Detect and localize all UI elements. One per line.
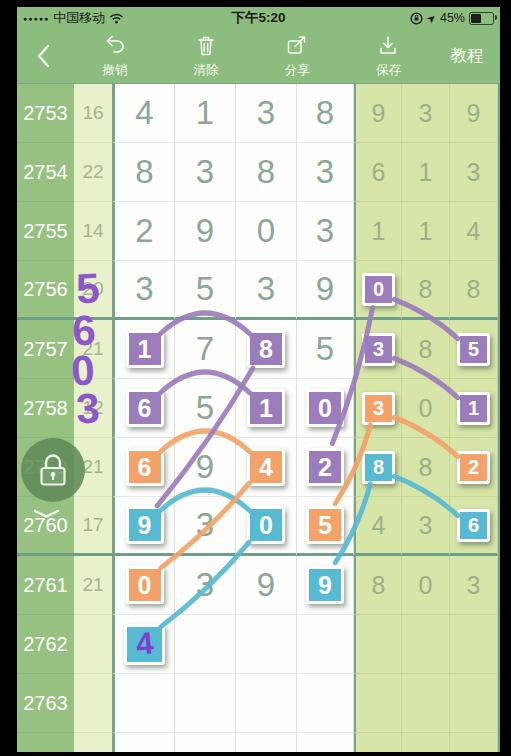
drawn-box-purple-2758-c3[interactable]: 1 <box>247 389 285 427</box>
trend-row-2761: 2761210399803 <box>17 556 498 615</box>
digit-cell-2760-c3[interactable]: 0 <box>236 497 297 556</box>
digit-cell-2761-c3[interactable]: 9 <box>236 556 297 615</box>
digit-cell-2758-c2[interactable]: 5 <box>175 379 236 438</box>
digit-cell-2762-c7[interactable] <box>450 615 498 674</box>
digit-cell-2755-c2[interactable]: 9 <box>175 202 236 261</box>
digit-cell-2754-c1[interactable]: 8 <box>112 143 175 202</box>
digit-cell-2758-c7[interactable]: 1 <box>450 379 498 438</box>
sum-value-2755: 14 <box>74 202 112 261</box>
digit-cell-2758-c3[interactable]: 1 <box>236 379 297 438</box>
period-label-2761: 2761 <box>17 556 74 615</box>
digit-cell-2762-c1[interactable]: 4 <box>112 615 175 674</box>
drawn-box-teal-2762-c1[interactable]: 4 <box>124 624 165 665</box>
tutorial-button[interactable]: 教程 <box>434 45 500 67</box>
digit-cell-2756-c7[interactable]: 8 <box>450 261 498 320</box>
digit-cell-2759-c3[interactable]: 4 <box>236 438 297 497</box>
back-button[interactable] <box>17 43 69 69</box>
digit-cell-2756-c1[interactable]: 3 <box>112 261 175 320</box>
digit-cell-2761-c4[interactable]: 9 <box>297 556 354 615</box>
digit-cell-2758-c1[interactable]: 6 <box>112 379 175 438</box>
digit-cell-partial <box>175 733 236 752</box>
digit-cell-2756-c3[interactable]: 3 <box>236 261 297 320</box>
drawn-box-orange-2760-c4[interactable]: 5 <box>306 506 344 544</box>
drawn-box-purple-2759-c4[interactable]: 2 <box>306 448 344 486</box>
sum-value-2758: 12 <box>74 379 112 438</box>
drawn-box-orange-2758-c5[interactable]: 3 <box>362 392 395 425</box>
digit-cell-2759-c2[interactable]: 9 <box>175 438 236 497</box>
sum-value-2760: 17 <box>74 497 112 556</box>
digit-cell-2763-c1[interactable] <box>112 674 175 733</box>
digit-cell-2762-c6[interactable] <box>402 615 450 674</box>
undo-button[interactable]: 撤销 <box>102 34 127 79</box>
digit-cell-2762-c2[interactable] <box>175 615 236 674</box>
share-label: 分享 <box>285 62 310 79</box>
trend-row-2753: 2753164138939 <box>17 84 498 143</box>
rotation-lock-icon <box>410 12 423 25</box>
digit-cell-2763-c7[interactable] <box>450 674 498 733</box>
sum-value-2754: 22 <box>74 143 112 202</box>
digit-cell-2754-c3[interactable]: 8 <box>236 143 297 202</box>
share-icon <box>285 34 309 61</box>
digit-cell-2760-c7[interactable]: 6 <box>450 497 498 556</box>
trend-row-2758: 2758126510301 <box>17 379 498 438</box>
digit-cell-partial <box>236 733 297 752</box>
trend-row-partial <box>17 733 498 752</box>
digit-cell-2757-c5[interactable]: 3 <box>354 320 402 379</box>
app-window: ●●●●● 中国移动 下午5:20 ➤ 45% <box>17 7 500 752</box>
period-label-2763: 2763 <box>17 674 74 733</box>
location-arrow-icon: ➤ <box>424 11 438 25</box>
digit-cell-2757-c7[interactable]: 5 <box>450 320 498 379</box>
trend-row-2762: 27624 <box>17 615 498 674</box>
sum-value-2763 <box>74 674 112 733</box>
digit-cell-partial <box>297 733 354 752</box>
digit-cell-2762-c3[interactable] <box>236 615 297 674</box>
period-label-2757: 2757 <box>17 320 74 379</box>
drawn-box-teal-2761-c4[interactable]: 9 <box>306 566 344 604</box>
digit-cell-2759-c5[interactable]: 8 <box>354 438 402 497</box>
drawn-box-orange-2759-c3[interactable]: 4 <box>247 448 285 486</box>
digit-cell-2754-c4[interactable]: 3 <box>297 143 354 202</box>
battery-fill <box>471 14 481 23</box>
digit-cell-2763-c3[interactable] <box>236 674 297 733</box>
period-label-2756: 2756 <box>17 261 74 320</box>
trend-row-2763: 2763 <box>17 674 498 733</box>
digit-cell-2757-c1[interactable]: 1 <box>112 320 175 379</box>
drawn-box-teal-2759-c5[interactable]: 8 <box>362 451 395 484</box>
digit-cell-2753-c2[interactable]: 1 <box>175 84 236 143</box>
digit-cell-2757-c4[interactable]: 5 <box>297 320 354 379</box>
digit-cell-2759-c7[interactable]: 2 <box>450 438 498 497</box>
digit-cell-2761-c7[interactable]: 3 <box>450 556 498 615</box>
digit-cell-2754-c2[interactable]: 3 <box>175 143 236 202</box>
trend-row-2754: 2754228383613 <box>17 143 498 202</box>
digit-cell-2754-c5[interactable]: 6 <box>354 143 402 202</box>
digit-cell-2755-c4[interactable]: 3 <box>297 202 354 261</box>
digit-cell-2761-c6[interactable]: 0 <box>402 556 450 615</box>
period-label-2755: 2755 <box>17 202 74 261</box>
drawn-box-purple-2758-c1[interactable]: 6 <box>126 389 164 427</box>
drawn-box-purple-2758-c4[interactable]: 0 <box>306 389 344 427</box>
digit-cell-2755-c6[interactable]: 1 <box>402 202 450 261</box>
period-label-2753: 2753 <box>17 84 74 143</box>
digit-cell-2756-c6[interactable]: 8 <box>402 261 450 320</box>
digit-cell-2753-c7[interactable]: 9 <box>450 84 498 143</box>
digit-cell-2753-c1[interactable]: 4 <box>112 84 175 143</box>
drawn-box-purple-2756-c5[interactable]: 0 <box>362 273 395 306</box>
drawn-box-orange-2759-c1[interactable]: 6 <box>126 448 164 486</box>
digit-cell-2756-c5[interactable]: 0 <box>354 261 402 320</box>
trend-row-2759: 2759216942882 <box>17 438 498 497</box>
trend-grid: 2753164138939275422838361327551429031142… <box>17 83 500 752</box>
digit-cell-2754-c6[interactable]: 1 <box>402 143 450 202</box>
status-right: ➤ 45% <box>410 11 494 25</box>
digit-cell-2757-c3[interactable]: 8 <box>236 320 297 379</box>
digit-cell-2753-c5[interactable]: 9 <box>354 84 402 143</box>
sum-value-2761: 21 <box>74 556 112 615</box>
digit-cell-2760-c6[interactable]: 3 <box>402 497 450 556</box>
digit-cell-2760-c5[interactable]: 4 <box>354 497 402 556</box>
period-label-partial <box>17 733 74 752</box>
digit-cell-partial <box>402 733 450 752</box>
drawn-box-teal-2760-c1[interactable]: 9 <box>126 506 164 544</box>
digit-cell-2763-c6[interactable] <box>402 674 450 733</box>
digit-cell-2755-c1[interactable]: 2 <box>112 202 175 261</box>
digit-cell-2759-c6[interactable]: 8 <box>402 438 450 497</box>
digit-cell-2755-c3[interactable]: 0 <box>236 202 297 261</box>
digit-cell-2763-c4[interactable] <box>297 674 354 733</box>
handwritten-digit: 4 <box>134 625 154 662</box>
trend-row-2757: 2757211785385 <box>17 320 498 379</box>
digit-cell-2758-c5[interactable]: 3 <box>354 379 402 438</box>
digit-cell-2753-c3[interactable]: 3 <box>236 84 297 143</box>
period-label-2762: 2762 <box>17 615 74 674</box>
trend-row-2755: 2755142903114 <box>17 202 498 261</box>
download-icon <box>377 34 399 61</box>
digit-cell-2760-c4[interactable]: 5 <box>297 497 354 556</box>
sum-value-2757: 21 <box>74 320 112 379</box>
sum-value-2753: 16 <box>74 84 112 143</box>
drawn-box-purple-2757-c5[interactable]: 3 <box>362 333 395 366</box>
toolbar-buttons: 撤销 清除 分享 <box>69 34 434 79</box>
trend-row-2756: 2756203539088 <box>17 261 498 320</box>
digit-cell-partial <box>112 733 175 752</box>
trash-icon <box>195 34 217 61</box>
digit-cell-2761-c1[interactable]: 0 <box>112 556 175 615</box>
drawn-box-orange-2759-c7[interactable]: 2 <box>457 451 490 484</box>
digit-cell-2761-c2[interactable]: 3 <box>175 556 236 615</box>
clear-label: 清除 <box>193 62 218 79</box>
toolbar: 撤销 清除 分享 <box>17 29 500 83</box>
drawn-box-teal-2760-c7[interactable]: 6 <box>457 509 490 542</box>
digit-cell-2758-c4[interactable]: 0 <box>297 379 354 438</box>
lock-float-button[interactable] <box>20 437 86 503</box>
trend-row-2760: 2760179305436 <box>17 497 498 556</box>
save-label: 保存 <box>376 62 401 79</box>
digit-cell-partial <box>354 733 402 752</box>
drawn-box-purple-2758-c7[interactable]: 1 <box>457 392 490 425</box>
battery-icon <box>469 12 494 25</box>
undo-icon <box>103 34 127 61</box>
status-bar: ●●●●● 中国移动 下午5:20 ➤ 45% <box>17 7 500 29</box>
drawn-box-teal-2760-c3[interactable]: 0 <box>247 506 285 544</box>
digit-cell-2754-c7[interactable]: 3 <box>450 143 498 202</box>
drawn-box-purple-2757-c1[interactable]: 1 <box>126 330 164 368</box>
sum-value-2756: 20 <box>74 261 112 320</box>
undo-label: 撤销 <box>102 62 127 79</box>
digit-cell-2760-c2[interactable]: 3 <box>175 497 236 556</box>
drawn-box-purple-2757-c7[interactable]: 5 <box>457 333 490 366</box>
share-button[interactable]: 分享 <box>285 34 310 79</box>
digit-cell-2761-c5[interactable]: 8 <box>354 556 402 615</box>
digit-cell-2756-c2[interactable]: 5 <box>175 261 236 320</box>
digit-cell-2757-c6[interactable]: 8 <box>402 320 450 379</box>
sum-value-2762 <box>74 615 112 674</box>
save-button[interactable]: 保存 <box>376 34 401 79</box>
drawn-box-purple-2757-c3[interactable]: 8 <box>247 330 285 368</box>
battery-percent-label: 45% <box>440 11 465 25</box>
digit-cell-2755-c5[interactable]: 1 <box>354 202 402 261</box>
digit-cell-2762-c5[interactable] <box>354 615 402 674</box>
chevron-down-icon <box>33 504 60 522</box>
digit-cell-2763-c2[interactable] <box>175 674 236 733</box>
digit-cell-2757-c2[interactable]: 7 <box>175 320 236 379</box>
digit-cell-partial <box>450 733 498 752</box>
digit-cell-2753-c4[interactable]: 8 <box>297 84 354 143</box>
sum-partial <box>74 733 112 752</box>
period-label-2758: 2758 <box>17 379 74 438</box>
digit-cell-2760-c1[interactable]: 9 <box>112 497 175 556</box>
digit-cell-2762-c4[interactable] <box>297 615 354 674</box>
period-label-2754: 2754 <box>17 143 74 202</box>
digit-cell-2759-c4[interactable]: 2 <box>297 438 354 497</box>
digit-cell-2756-c4[interactable]: 9 <box>297 261 354 320</box>
digit-cell-2758-c6[interactable]: 0 <box>402 379 450 438</box>
digit-cell-2753-c6[interactable]: 3 <box>402 84 450 143</box>
clear-button[interactable]: 清除 <box>193 34 218 79</box>
digit-cell-2763-c5[interactable] <box>354 674 402 733</box>
digit-cell-2755-c7[interactable]: 4 <box>450 202 498 261</box>
drawn-box-orange-2761-c1[interactable]: 0 <box>126 566 164 604</box>
digit-cell-2759-c1[interactable]: 6 <box>112 438 175 497</box>
